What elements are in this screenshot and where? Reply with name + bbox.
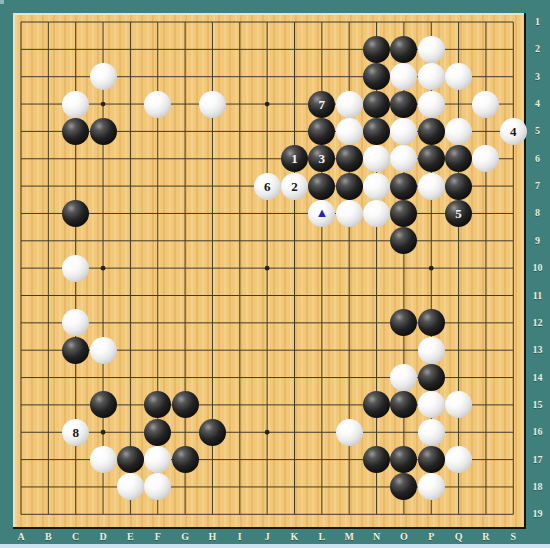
stone-black[interactable] xyxy=(172,446,199,473)
stone-white[interactable] xyxy=(418,63,445,90)
stone-black[interactable] xyxy=(172,391,199,418)
stone-white[interactable] xyxy=(336,200,363,227)
stone-white[interactable] xyxy=(418,36,445,63)
stone-white[interactable]: 4 xyxy=(500,118,527,145)
stone-white[interactable] xyxy=(445,118,472,145)
star-point xyxy=(101,102,106,107)
stone-white[interactable]: 8 xyxy=(62,419,89,446)
stone-white[interactable] xyxy=(336,118,363,145)
stone-white[interactable] xyxy=(445,446,472,473)
star-point xyxy=(265,102,270,107)
board-edge-right xyxy=(524,13,526,529)
stone-white[interactable] xyxy=(336,91,363,118)
row-label: 14 xyxy=(527,372,548,383)
star-point xyxy=(265,430,270,435)
row-label: 19 xyxy=(527,508,548,519)
row-label: 3 xyxy=(527,71,548,82)
stone-white[interactable] xyxy=(418,391,445,418)
row-label: 7 xyxy=(527,180,548,191)
stone-white[interactable] xyxy=(199,91,226,118)
column-label: E xyxy=(121,531,139,542)
stone-white[interactable] xyxy=(62,91,89,118)
row-label: 11 xyxy=(527,290,548,301)
row-label: 13 xyxy=(527,344,548,355)
move-number: 2 xyxy=(291,180,298,193)
column-label: B xyxy=(39,531,57,542)
stone-white[interactable] xyxy=(90,337,117,364)
move-number: 6 xyxy=(264,180,271,193)
stone-black[interactable] xyxy=(336,145,363,172)
star-point xyxy=(265,266,270,271)
stone-black[interactable] xyxy=(390,173,417,200)
stone-white[interactable] xyxy=(472,91,499,118)
star-point xyxy=(429,266,434,271)
stone-black[interactable] xyxy=(117,446,144,473)
stone-black[interactable] xyxy=(62,200,89,227)
stone-white[interactable] xyxy=(418,473,445,500)
column-label: O xyxy=(395,531,413,542)
column-label: H xyxy=(203,531,221,542)
row-label: 15 xyxy=(527,399,548,410)
stone-black[interactable] xyxy=(90,118,117,145)
board-edge-bottom xyxy=(13,527,526,529)
stone-white[interactable]: 6 xyxy=(254,173,281,200)
row-label: 2 xyxy=(527,43,548,54)
star-point xyxy=(101,430,106,435)
stone-black[interactable] xyxy=(445,173,472,200)
stone-white[interactable] xyxy=(90,446,117,473)
row-label: 4 xyxy=(527,98,548,109)
stone-black[interactable]: 5 xyxy=(445,200,472,227)
column-label: J xyxy=(258,531,276,542)
stone-black[interactable] xyxy=(418,446,445,473)
row-label: 10 xyxy=(527,262,548,273)
row-label: 18 xyxy=(527,481,548,492)
move-number: 5 xyxy=(455,207,462,220)
column-label: L xyxy=(313,531,331,542)
row-label: 8 xyxy=(527,207,548,218)
move-number: 1 xyxy=(291,152,298,165)
stone-black[interactable] xyxy=(418,118,445,145)
column-label: C xyxy=(67,531,85,542)
column-label: Q xyxy=(450,531,468,542)
stone-black[interactable] xyxy=(363,118,390,145)
stone-white[interactable] xyxy=(363,173,390,200)
column-label: N xyxy=(368,531,386,542)
stone-black[interactable] xyxy=(418,309,445,336)
row-label: 1 xyxy=(527,16,548,27)
row-label: 9 xyxy=(527,235,548,246)
stone-black[interactable] xyxy=(336,173,363,200)
column-label: A xyxy=(12,531,30,542)
row-label: 12 xyxy=(527,317,548,328)
stone-black[interactable] xyxy=(418,145,445,172)
stone-black[interactable] xyxy=(90,391,117,418)
stone-black[interactable] xyxy=(308,173,335,200)
stone-black[interactable] xyxy=(390,91,417,118)
stone-black[interactable] xyxy=(363,446,390,473)
stone-black[interactable] xyxy=(363,36,390,63)
row-label: 5 xyxy=(527,125,548,136)
window-bottom-strip xyxy=(0,544,550,548)
stone-white[interactable] xyxy=(144,91,171,118)
stone-white[interactable] xyxy=(62,255,89,282)
row-label: 6 xyxy=(527,153,548,164)
stone-black[interactable]: 7 xyxy=(308,91,335,118)
column-label: F xyxy=(149,531,167,542)
stone-black[interactable] xyxy=(363,91,390,118)
stone-black[interactable] xyxy=(199,419,226,446)
stone-white[interactable]: 2 xyxy=(281,173,308,200)
star-point xyxy=(101,266,106,271)
column-label: P xyxy=(422,531,440,542)
column-label: G xyxy=(176,531,194,542)
stone-white[interactable] xyxy=(363,200,390,227)
stone-white[interactable] xyxy=(418,337,445,364)
go-board-widget: 741362▲58 ABCDEFGHIJKLMNOPQRS 1234567891… xyxy=(0,0,550,548)
column-label: I xyxy=(231,531,249,542)
row-label: 16 xyxy=(527,426,548,437)
stone-white[interactable] xyxy=(336,419,363,446)
frame-highlight xyxy=(0,0,4,4)
column-label: D xyxy=(94,531,112,542)
stone-white[interactable] xyxy=(90,63,117,90)
stone-white[interactable] xyxy=(418,91,445,118)
move-number: 8 xyxy=(72,426,79,439)
move-number: 7 xyxy=(319,98,326,111)
column-label: K xyxy=(286,531,304,542)
stone-white[interactable] xyxy=(418,173,445,200)
stone-black[interactable] xyxy=(62,337,89,364)
stone-white[interactable] xyxy=(418,419,445,446)
stone-black[interactable] xyxy=(144,419,171,446)
column-label: M xyxy=(340,531,358,542)
triangle-marker: ▲ xyxy=(315,206,328,219)
stone-black[interactable] xyxy=(62,118,89,145)
column-label: R xyxy=(477,531,495,542)
row-label: 17 xyxy=(527,454,548,465)
move-number: 4 xyxy=(510,125,517,138)
move-number: 3 xyxy=(319,152,326,165)
column-label: S xyxy=(504,531,522,542)
stone-black[interactable] xyxy=(418,364,445,391)
